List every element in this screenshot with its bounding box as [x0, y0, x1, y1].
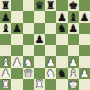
- square-d3[interactable]: [34, 56, 45, 67]
- black-queen[interactable]: ♛: [35, 0, 44, 10]
- square-d8[interactable]: ♛: [34, 0, 45, 11]
- white-rook[interactable]: ♜: [35, 79, 44, 90]
- square-e8[interactable]: ♜: [45, 0, 56, 11]
- black-bishop[interactable]: ♝: [1, 22, 10, 33]
- square-g6[interactable]: ♟: [68, 23, 79, 34]
- square-c2[interactable]: ♛: [23, 68, 34, 79]
- white-pawn[interactable]: ♟: [68, 56, 77, 67]
- white-bishop[interactable]: ♝: [68, 67, 77, 78]
- white-pawn[interactable]: ♟: [1, 67, 10, 78]
- square-e7[interactable]: [45, 11, 56, 22]
- square-f1[interactable]: [56, 79, 67, 90]
- black-pawn[interactable]: ♟: [12, 22, 21, 33]
- square-e5[interactable]: [45, 34, 56, 45]
- square-c5[interactable]: [23, 34, 34, 45]
- white-pawn[interactable]: ♟: [12, 56, 21, 67]
- white-king[interactable]: ♚: [68, 79, 77, 90]
- square-c1[interactable]: [23, 79, 34, 90]
- square-b1[interactable]: [11, 79, 22, 90]
- square-c6[interactable]: [23, 23, 34, 34]
- square-b3[interactable]: ♟: [11, 56, 22, 67]
- black-pawn[interactable]: ♟: [68, 22, 77, 33]
- square-d4[interactable]: [34, 45, 45, 56]
- black-pawn[interactable]: ♟: [80, 11, 89, 22]
- square-h2[interactable]: ♟: [79, 68, 90, 79]
- square-f5[interactable]: [56, 34, 67, 45]
- square-e6[interactable]: [45, 23, 56, 34]
- white-knight[interactable]: ♞: [46, 67, 55, 78]
- square-c7[interactable]: [23, 11, 34, 22]
- square-e1[interactable]: [45, 79, 56, 90]
- white-rook[interactable]: ♜: [1, 79, 10, 90]
- black-rook[interactable]: ♜: [1, 0, 10, 10]
- square-h7[interactable]: ♟: [79, 11, 90, 22]
- square-a1[interactable]: ♜: [0, 79, 11, 90]
- square-f4[interactable]: [56, 45, 67, 56]
- black-king[interactable]: ♚: [68, 0, 77, 10]
- square-a6[interactable]: ♝: [0, 23, 11, 34]
- black-pawn[interactable]: ♟: [1, 11, 10, 22]
- black-pawn[interactable]: ♟: [35, 34, 44, 45]
- square-f6[interactable]: ♞: [56, 23, 67, 34]
- square-c8[interactable]: [23, 0, 34, 11]
- square-b2[interactable]: [11, 68, 22, 79]
- square-b6[interactable]: ♟: [11, 23, 22, 34]
- square-g1[interactable]: ♚: [68, 79, 79, 90]
- black-rook[interactable]: ♜: [46, 0, 55, 10]
- square-d5[interactable]: ♟: [34, 34, 45, 45]
- square-a5[interactable]: [0, 34, 11, 45]
- square-f2[interactable]: ♞: [56, 68, 67, 79]
- chess-board: ♜♛♜♚♟♟♝♟♝♟♞♟♟♝♟♞♟♟♟♛♞♞♝♟♜♜♚: [0, 0, 90, 90]
- black-pawn[interactable]: ♟: [57, 11, 66, 22]
- square-h4[interactable]: [79, 45, 90, 56]
- white-bishop[interactable]: ♝: [1, 56, 10, 67]
- square-b5[interactable]: [11, 34, 22, 45]
- square-g5[interactable]: [68, 34, 79, 45]
- square-h6[interactable]: [79, 23, 90, 34]
- black-bishop[interactable]: ♝: [68, 11, 77, 22]
- black-knight[interactable]: ♞: [57, 67, 66, 78]
- white-knight[interactable]: ♞: [23, 56, 32, 67]
- square-d1[interactable]: ♜: [34, 79, 45, 90]
- white-pawn[interactable]: ♟: [46, 56, 55, 67]
- square-e2[interactable]: ♞: [45, 68, 56, 79]
- white-queen[interactable]: ♛: [23, 67, 32, 78]
- square-b8[interactable]: [11, 0, 22, 11]
- black-knight[interactable]: ♞: [57, 22, 66, 33]
- square-h1[interactable]: [79, 79, 90, 90]
- square-h5[interactable]: [79, 34, 90, 45]
- square-d7[interactable]: [34, 11, 45, 22]
- white-pawn[interactable]: ♟: [80, 67, 89, 78]
